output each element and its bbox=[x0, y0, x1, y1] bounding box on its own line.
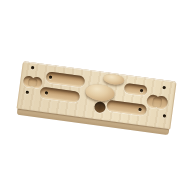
screw-top-left bbox=[30, 66, 33, 69]
screw-bottom-left bbox=[25, 90, 28, 93]
kidney-pocket-left-lobe bbox=[28, 77, 38, 86]
slot-upper-right bbox=[124, 83, 148, 96]
screw-in-slot-lower-left bbox=[44, 91, 47, 94]
kidney-pocket-left bbox=[23, 75, 43, 88]
sloper-small-top bbox=[103, 73, 125, 86]
hangboard bbox=[16, 61, 177, 135]
screw-top-right bbox=[162, 86, 165, 89]
screw-in-slot-lower-right bbox=[138, 107, 141, 110]
slot-lower-left bbox=[39, 87, 80, 103]
screw-bottom-right bbox=[162, 114, 165, 117]
product-photo-stage bbox=[0, 0, 192, 192]
mono-pocket bbox=[94, 101, 106, 113]
kidney-pocket-right-lobe bbox=[152, 96, 163, 107]
slot-upper-left bbox=[45, 71, 85, 87]
kidney-pocket-right bbox=[146, 94, 169, 110]
screw-in-slot-upper-right bbox=[139, 88, 142, 91]
